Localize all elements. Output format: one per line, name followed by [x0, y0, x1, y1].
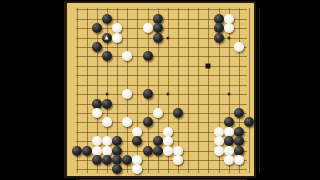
- black-stone: [92, 42, 102, 52]
- black-stone: [102, 14, 112, 24]
- grid-line-vertical: [188, 8, 189, 173]
- black-stone: [112, 164, 122, 174]
- video-frame: [0, 0, 320, 180]
- black-stone: [102, 51, 112, 61]
- black-stone: [102, 155, 112, 165]
- black-stone: [214, 33, 224, 43]
- black-stone: [132, 136, 142, 146]
- white-stone: [143, 23, 153, 33]
- black-stone: [92, 155, 102, 165]
- white-stone: [122, 51, 132, 61]
- star-point: [166, 36, 169, 39]
- white-stone: [122, 117, 132, 127]
- grid-line-horizontal: [76, 94, 247, 95]
- black-stone: [72, 146, 82, 156]
- grid-line-vertical: [208, 8, 209, 173]
- white-stone: [153, 108, 163, 118]
- black-stone: [143, 117, 153, 127]
- grid-line-horizontal: [76, 85, 247, 86]
- go-board[interactable]: [64, 1, 256, 178]
- white-stone: [173, 155, 183, 165]
- grid-line-vertical: [259, 8, 260, 173]
- grid-line-horizontal: [76, 179, 247, 180]
- star-point: [227, 36, 230, 39]
- black-stone: [92, 23, 102, 33]
- black-stone: [102, 99, 112, 109]
- white-stone: [234, 155, 244, 165]
- white-stone: [234, 42, 244, 52]
- grid-line-vertical: [137, 8, 138, 173]
- white-stone: [102, 117, 112, 127]
- black-stone: [173, 108, 183, 118]
- black-stone: [153, 146, 163, 156]
- star-point: [227, 93, 230, 96]
- black-stone: [143, 89, 153, 99]
- black-stone: [82, 146, 92, 156]
- grid-line-vertical: [198, 8, 199, 173]
- black-stone: [234, 108, 244, 118]
- triangle-mark-icon: [104, 35, 108, 39]
- white-stone: [214, 146, 224, 156]
- grid-line-horizontal: [76, 75, 247, 76]
- black-stone: [244, 117, 254, 127]
- black-stone: [143, 146, 153, 156]
- grid-line-horizontal: [76, 169, 247, 170]
- board-grid: [67, 3, 254, 176]
- white-stone: [122, 89, 132, 99]
- star-point: [166, 93, 169, 96]
- square-marker: [206, 63, 211, 68]
- grid-line-vertical: [249, 8, 250, 173]
- white-stone: [112, 33, 122, 43]
- white-stone: [132, 164, 142, 174]
- white-stone: [224, 23, 234, 33]
- black-stone: [153, 33, 163, 43]
- black-stone: [122, 155, 132, 165]
- white-stone: [92, 108, 102, 118]
- white-stone: [163, 146, 173, 156]
- grid-line-horizontal: [76, 66, 247, 67]
- star-point: [105, 93, 108, 96]
- black-stone: [143, 51, 153, 61]
- grid-line-horizontal: [76, 9, 247, 10]
- white-stone: [224, 155, 234, 165]
